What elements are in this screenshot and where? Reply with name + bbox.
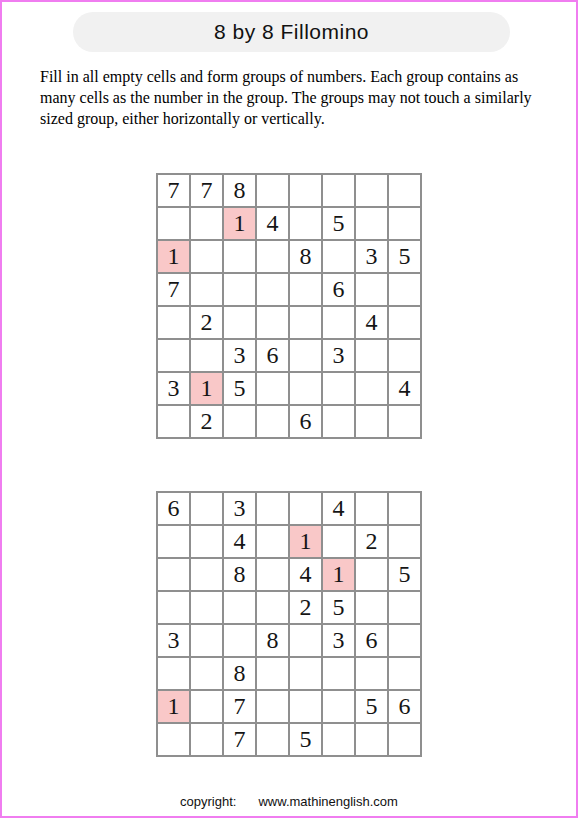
puzzle-2-cell-r7c6[interactable] [323,691,354,722]
puzzle-1-cell-r7c7[interactable] [356,373,387,404]
page-title: 8 by 8 Fillomino [214,20,369,44]
fillomino-board-2: 63441284152538368175675 [156,491,422,757]
puzzle-1-cell-r3c3[interactable] [224,241,255,272]
puzzle-2-cell-r7c1: 1 [158,691,189,722]
puzzle-1-cell-r1c8[interactable] [389,175,420,206]
puzzle-1-cell-r5c2: 2 [191,307,222,338]
puzzle-2-cell-r4c7[interactable] [356,592,387,623]
puzzle-1-cell-r5c5[interactable] [290,307,321,338]
puzzle-2-cell-r7c8: 6 [389,691,420,722]
puzzle-1-cell-r1c7[interactable] [356,175,387,206]
puzzle-1-cell-r2c7[interactable] [356,208,387,239]
puzzle-2-cell-r4c6: 5 [323,592,354,623]
puzzle-2-cell-r4c3[interactable] [224,592,255,623]
puzzle-2-cell-r1c1: 6 [158,493,189,524]
worksheet-page: 8 by 8 Fillomino Fill in all empty cells… [0,0,578,818]
puzzle-2-cell-r2c2[interactable] [191,526,222,557]
puzzle-2-cell-r4c8[interactable] [389,592,420,623]
puzzle-2-cell-r1c5[interactable] [290,493,321,524]
puzzle-1-cell-r1c2: 7 [191,175,222,206]
puzzle-2-cell-r7c3: 7 [224,691,255,722]
puzzle-2-cell-r7c7: 5 [356,691,387,722]
puzzle-1-cell-r1c6[interactable] [323,175,354,206]
puzzle-1-cell-r3c7: 3 [356,241,387,272]
puzzle-2-cell-r3c8: 5 [389,559,420,590]
puzzle-2-cell-r6c8[interactable] [389,658,420,689]
puzzle-1-cell-r4c6: 6 [323,274,354,305]
puzzle-2-cell-r8c2[interactable] [191,724,222,755]
puzzle-2-cell-r2c7: 2 [356,526,387,557]
puzzle-1-cell-r6c1[interactable] [158,340,189,371]
puzzle-1-cell-r6c2[interactable] [191,340,222,371]
puzzle-1-cell-r3c5: 8 [290,241,321,272]
puzzle-1-cell-r8c6[interactable] [323,406,354,437]
puzzle-1-cell-r5c6[interactable] [323,307,354,338]
puzzle-1-cell-r4c2[interactable] [191,274,222,305]
puzzle-2-cell-r2c5: 1 [290,526,321,557]
puzzle-1-cell-r7c6[interactable] [323,373,354,404]
puzzle-1-cell-r4c7[interactable] [356,274,387,305]
puzzle-2-cell-r5c2[interactable] [191,625,222,656]
puzzle-1-cell-r4c5[interactable] [290,274,321,305]
copyright-line: copyright:www.mathinenglish.com [2,794,576,809]
puzzle-1-cell-r6c4: 6 [257,340,288,371]
puzzle-2-cell-r8c6[interactable] [323,724,354,755]
puzzle-2-cell-r4c4[interactable] [257,592,288,623]
puzzle-2-cell-r1c4[interactable] [257,493,288,524]
puzzle-2-cell-r6c1[interactable] [158,658,189,689]
puzzle-1-cell-r6c5[interactable] [290,340,321,371]
puzzle-1-cell-r5c8[interactable] [389,307,420,338]
puzzle-1-cell-r2c1[interactable] [158,208,189,239]
puzzle-1-cell-r8c1[interactable] [158,406,189,437]
puzzle-1-cell-r7c8: 4 [389,373,420,404]
title-banner: 8 by 8 Fillomino [73,12,510,52]
puzzle-1-cell-r2c6: 5 [323,208,354,239]
puzzle-1-cell-r5c7: 4 [356,307,387,338]
puzzle-2-cell-r6c7[interactable] [356,658,387,689]
puzzle-1-cell-r3c8: 5 [389,241,420,272]
puzzle-1-cell-r4c8[interactable] [389,274,420,305]
puzzle-1-cell-r6c6: 3 [323,340,354,371]
puzzle-2-cell-r8c3: 7 [224,724,255,755]
puzzle-2-cell-r2c6[interactable] [323,526,354,557]
puzzle-1-cell-r8c2: 2 [191,406,222,437]
puzzle-2-cell-r6c3: 8 [224,658,255,689]
puzzle-1-cell-r2c5[interactable] [290,208,321,239]
fillomino-board-1: 77814518357624363315426 [156,173,422,439]
puzzle-1-cell-r4c4[interactable] [257,274,288,305]
puzzle-2-cell-r1c2[interactable] [191,493,222,524]
puzzle-2-cell-r2c1[interactable] [158,526,189,557]
puzzle-2-cell-r7c2[interactable] [191,691,222,722]
puzzle-1-cell-r6c3: 3 [224,340,255,371]
puzzle-2-cell-r8c1[interactable] [158,724,189,755]
puzzle-2-cell-r3c6: 1 [323,559,354,590]
puzzle-1-cell-r7c4[interactable] [257,373,288,404]
puzzle-1-cell-r3c6[interactable] [323,241,354,272]
puzzle-1-cell-r7c2: 1 [191,373,222,404]
puzzle-2-cell-r2c4[interactable] [257,526,288,557]
puzzle-1-cell-r1c4[interactable] [257,175,288,206]
puzzle-2-cell-r3c4[interactable] [257,559,288,590]
puzzle-2-cell-r5c1: 3 [158,625,189,656]
puzzle-1-cell-r8c7[interactable] [356,406,387,437]
puzzle-1-cell-r1c1: 7 [158,175,189,206]
puzzle-1-cell-r6c7[interactable] [356,340,387,371]
puzzle-2-cell-r5c6: 3 [323,625,354,656]
instructions-text: Fill in all empty cells and form groups … [40,66,548,129]
puzzle-2-cell-r5c7: 6 [356,625,387,656]
puzzle-2-cell-r8c5: 5 [290,724,321,755]
puzzle-2-cell-r8c4[interactable] [257,724,288,755]
puzzle-1-cell-r4c3[interactable] [224,274,255,305]
puzzle-1-cell-r5c1[interactable] [158,307,189,338]
puzzle-1-cell-r8c4[interactable] [257,406,288,437]
copyright-site: www.mathinenglish.com [258,794,397,809]
puzzle-2-cell-r8c8[interactable] [389,724,420,755]
puzzle-2-cell-r1c7[interactable] [356,493,387,524]
puzzle-2-cell-r6c4[interactable] [257,658,288,689]
puzzle-2-cell-r6c6[interactable] [323,658,354,689]
puzzle-2-cell-r5c5[interactable] [290,625,321,656]
puzzle-2-cell-r4c5: 2 [290,592,321,623]
puzzle-1-cell-r7c1: 3 [158,373,189,404]
puzzle-1-cell-r2c2[interactable] [191,208,222,239]
puzzle-2-cell-r2c8[interactable] [389,526,420,557]
puzzle-1-cell-r8c5: 6 [290,406,321,437]
puzzle-2-cell-r8c7[interactable] [356,724,387,755]
puzzle-1-cell-r2c4: 4 [257,208,288,239]
puzzle-2-cell-r1c3: 3 [224,493,255,524]
puzzle-1-cell-r8c3[interactable] [224,406,255,437]
puzzle-2-cell-r3c1[interactable] [158,559,189,590]
puzzle-2-cell-r1c6: 4 [323,493,354,524]
puzzle-2-cell-r3c5: 4 [290,559,321,590]
puzzle-2-cell-r7c5[interactable] [290,691,321,722]
puzzle-1-cell-r4c1: 7 [158,274,189,305]
puzzle-1-cell-r3c4[interactable] [257,241,288,272]
puzzle-2-cell-r3c2[interactable] [191,559,222,590]
puzzle-2-cell-r2c3: 4 [224,526,255,557]
puzzle-1-cell-r2c3: 1 [224,208,255,239]
puzzle-1-cell-r5c4[interactable] [257,307,288,338]
puzzle-2-cell-r4c1[interactable] [158,592,189,623]
puzzle-2-cell-r7c4[interactable] [257,691,288,722]
puzzle-2-cell-r6c2[interactable] [191,658,222,689]
puzzle-2-cell-r5c4: 8 [257,625,288,656]
puzzle-1-cell-r2c8[interactable] [389,208,420,239]
puzzle-1-cell-r7c5[interactable] [290,373,321,404]
puzzle-2-cell-r1c8[interactable] [389,493,420,524]
puzzle-1-cell-r3c2[interactable] [191,241,222,272]
puzzle-2-cell-r3c3: 8 [224,559,255,590]
puzzle-2-cell-r5c8[interactable] [389,625,420,656]
copyright-label: copyright: [180,794,236,809]
puzzle-1-cell-r8c8[interactable] [389,406,420,437]
puzzle-2-cell-r3c7[interactable] [356,559,387,590]
puzzle-1-cell-r6c8[interactable] [389,340,420,371]
puzzle-2-cell-r6c5[interactable] [290,658,321,689]
puzzle-1-cell-r1c5[interactable] [290,175,321,206]
puzzle-1-cell-r7c3: 5 [224,373,255,404]
puzzle-2-cell-r5c3[interactable] [224,625,255,656]
puzzle-2-cell-r4c2[interactable] [191,592,222,623]
puzzle-1-cell-r3c1: 1 [158,241,189,272]
puzzle-1-cell-r5c3[interactable] [224,307,255,338]
puzzle-1-cell-r1c3: 8 [224,175,255,206]
